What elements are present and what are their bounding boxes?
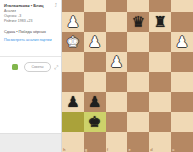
square[interactable]	[62, 112, 84, 132]
evaluation-text: Оценка: -3	[4, 14, 21, 18]
square[interactable]: ♛	[127, 12, 149, 32]
square[interactable]	[149, 72, 171, 92]
file-coordinate-label: c	[172, 148, 174, 152]
square[interactable]: f	[106, 132, 128, 152]
square[interactable]	[149, 52, 171, 72]
file-coordinate-label: e	[128, 148, 130, 152]
file-coordinate-label: f	[107, 148, 108, 152]
analysis-label: Анализ	[4, 9, 16, 13]
square[interactable]	[84, 0, 106, 12]
square[interactable]: c	[171, 132, 193, 152]
square[interactable]	[127, 92, 149, 112]
square[interactable]: e	[127, 132, 149, 152]
square[interactable]: h	[62, 132, 84, 152]
square[interactable]	[84, 72, 106, 92]
square[interactable]	[106, 92, 128, 112]
square[interactable]: ♟	[84, 92, 106, 112]
rating-text: Рейтинг 1983 +23	[4, 19, 33, 23]
game-info-sidebar: Итальянская • Блиц ⤴ Анализ Оценка: -3 Р…	[0, 0, 62, 152]
square[interactable]: ♟	[62, 12, 84, 32]
square[interactable]: ♟	[171, 32, 193, 52]
square[interactable]	[106, 12, 128, 32]
sidebar-divider	[0, 56, 61, 57]
file-coordinate-label: g	[85, 148, 87, 152]
analysis-link[interactable]: Посмотреть анализ партии	[4, 38, 52, 42]
square[interactable]: ♟	[106, 52, 128, 72]
square[interactable]	[127, 112, 149, 132]
expand-icon[interactable]: ⤢	[54, 64, 58, 71]
square[interactable]	[171, 72, 193, 92]
share-icon[interactable]: ⤴	[55, 2, 58, 8]
square[interactable]	[127, 52, 149, 72]
black-pawn[interactable]: ♟	[66, 92, 79, 112]
white-pawn[interactable]: ♟	[88, 32, 101, 52]
square[interactable]	[62, 72, 84, 92]
square[interactable]: ♚	[62, 32, 84, 52]
sidebar-footer	[0, 133, 61, 152]
black-pawn[interactable]: ♟	[88, 92, 101, 112]
square[interactable]	[127, 32, 149, 52]
square[interactable]	[171, 12, 193, 32]
square[interactable]	[106, 32, 128, 52]
square[interactable]	[149, 92, 171, 112]
square[interactable]: g	[84, 132, 106, 152]
square[interactable]: d	[149, 132, 171, 152]
chess-analysis-page: Итальянская • Блиц ⤴ Анализ Оценка: -3 Р…	[0, 0, 193, 152]
square[interactable]	[106, 72, 128, 92]
square[interactable]	[127, 0, 149, 12]
square[interactable]: ♟	[62, 92, 84, 112]
square[interactable]	[149, 0, 171, 12]
square[interactable]	[171, 0, 193, 12]
black-rook[interactable]: ♜	[154, 12, 167, 32]
white-king[interactable]: ♚	[66, 32, 79, 52]
square[interactable]	[106, 0, 128, 12]
square[interactable]	[84, 52, 106, 72]
square[interactable]	[127, 72, 149, 92]
square[interactable]	[171, 112, 193, 132]
square[interactable]	[62, 52, 84, 72]
square[interactable]	[84, 12, 106, 32]
square[interactable]	[106, 112, 128, 132]
game-result-text: Сдача • Победа чёрных	[4, 30, 46, 34]
square[interactable]	[171, 92, 193, 112]
white-pawn[interactable]: ♟	[175, 32, 188, 52]
chess-board[interactable]: ♟♛♜♚♟♟♟♟♟♚hgfedc	[62, 0, 193, 152]
square[interactable]	[149, 112, 171, 132]
file-coordinate-label: d	[150, 148, 152, 152]
black-queen[interactable]: ♛	[132, 12, 145, 32]
square[interactable]: ♚	[84, 112, 106, 132]
square[interactable]: ♟	[84, 32, 106, 52]
square[interactable]: ♜	[149, 12, 171, 32]
white-pawn[interactable]: ♟	[110, 52, 123, 72]
white-pawn[interactable]: ♟	[66, 12, 79, 32]
coach-badge-icon	[12, 64, 18, 70]
square[interactable]	[62, 0, 84, 12]
coach-tips-button[interactable]: Советы	[24, 62, 51, 72]
game-title: Итальянская • Блиц	[4, 3, 44, 8]
black-king[interactable]: ♚	[88, 112, 101, 132]
square[interactable]	[149, 32, 171, 52]
square[interactable]	[171, 52, 193, 72]
file-coordinate-label: h	[63, 148, 65, 152]
